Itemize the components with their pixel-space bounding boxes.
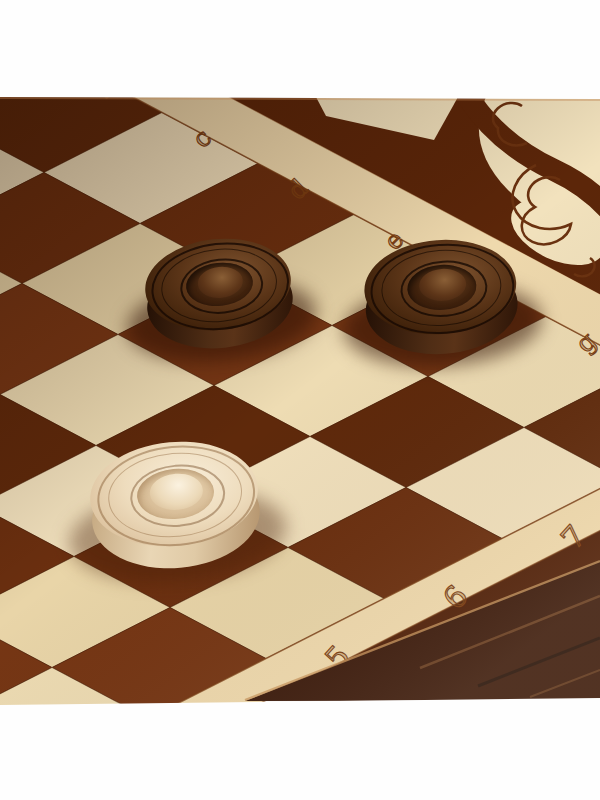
checkers-board: a b c d e f g h 1 2 3 4 5 6 7 8 <box>0 0 600 800</box>
photo-background-bottom <box>0 698 600 800</box>
lighting-overlay <box>0 97 600 705</box>
photo-background-top <box>0 0 600 99</box>
board-photo: a b c d e f g h 1 2 3 4 5 6 7 8 <box>0 0 600 800</box>
